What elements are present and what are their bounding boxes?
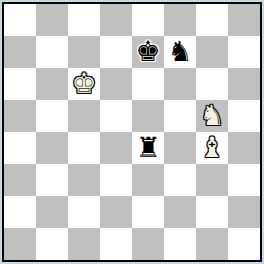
square-a6 xyxy=(4,68,36,100)
square-d5 xyxy=(100,100,132,132)
square-g1 xyxy=(196,228,228,260)
square-a4 xyxy=(4,132,36,164)
black-king: ♚ xyxy=(132,36,164,68)
white-king: ♚ xyxy=(68,68,100,100)
black-rook: ♜ xyxy=(132,132,164,164)
square-h5 xyxy=(228,100,260,132)
square-b1 xyxy=(36,228,68,260)
square-e2 xyxy=(132,196,164,228)
board-border: ♚♞♚♞♜♝ xyxy=(2,2,262,262)
square-a8 xyxy=(4,4,36,36)
square-h8 xyxy=(228,4,260,36)
square-d4 xyxy=(100,132,132,164)
square-d3 xyxy=(100,164,132,196)
square-b3 xyxy=(36,164,68,196)
square-h2 xyxy=(228,196,260,228)
square-f7: ♞ xyxy=(164,36,196,68)
square-a7 xyxy=(4,36,36,68)
square-h1 xyxy=(228,228,260,260)
square-g8 xyxy=(196,4,228,36)
square-g2 xyxy=(196,196,228,228)
square-e3 xyxy=(132,164,164,196)
square-c6: ♚ xyxy=(68,68,100,100)
square-d8 xyxy=(100,4,132,36)
square-d6 xyxy=(100,68,132,100)
diagram-frame: ♚♞♚♞♜♝ xyxy=(0,0,264,264)
square-d7 xyxy=(100,36,132,68)
square-g3 xyxy=(196,164,228,196)
square-e6 xyxy=(132,68,164,100)
square-b5 xyxy=(36,100,68,132)
square-g5: ♞ xyxy=(196,100,228,132)
square-h4 xyxy=(228,132,260,164)
square-a2 xyxy=(4,196,36,228)
square-a5 xyxy=(4,100,36,132)
white-bishop: ♝ xyxy=(196,132,228,164)
square-h3 xyxy=(228,164,260,196)
square-b2 xyxy=(36,196,68,228)
square-c7 xyxy=(68,36,100,68)
square-h7 xyxy=(228,36,260,68)
square-c1 xyxy=(68,228,100,260)
square-f2 xyxy=(164,196,196,228)
square-f8 xyxy=(164,4,196,36)
square-f3 xyxy=(164,164,196,196)
square-c8 xyxy=(68,4,100,36)
square-c4 xyxy=(68,132,100,164)
square-c2 xyxy=(68,196,100,228)
square-f5 xyxy=(164,100,196,132)
square-b4 xyxy=(36,132,68,164)
black-knight: ♞ xyxy=(164,36,196,68)
square-f4 xyxy=(164,132,196,164)
square-f1 xyxy=(164,228,196,260)
square-b6 xyxy=(36,68,68,100)
square-c3 xyxy=(68,164,100,196)
square-a3 xyxy=(4,164,36,196)
square-e1 xyxy=(132,228,164,260)
square-e7: ♚ xyxy=(132,36,164,68)
square-g7 xyxy=(196,36,228,68)
square-f6 xyxy=(164,68,196,100)
square-a1 xyxy=(4,228,36,260)
square-e4: ♜ xyxy=(132,132,164,164)
square-d1 xyxy=(100,228,132,260)
square-d2 xyxy=(100,196,132,228)
square-h6 xyxy=(228,68,260,100)
chess-board: ♚♞♚♞♜♝ xyxy=(4,4,260,260)
square-e8 xyxy=(132,4,164,36)
square-b8 xyxy=(36,4,68,36)
square-e5 xyxy=(132,100,164,132)
white-knight: ♞ xyxy=(196,100,228,132)
square-g4: ♝ xyxy=(196,132,228,164)
square-b7 xyxy=(36,36,68,68)
square-c5 xyxy=(68,100,100,132)
square-g6 xyxy=(196,68,228,100)
